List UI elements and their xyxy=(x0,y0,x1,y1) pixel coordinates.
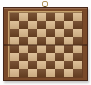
square-a7[interactable] xyxy=(10,21,19,29)
square-a8[interactable] xyxy=(10,13,19,21)
square-h3[interactable] xyxy=(73,53,82,61)
square-g7[interactable] xyxy=(64,21,73,29)
square-g8[interactable] xyxy=(64,13,73,21)
square-b8[interactable] xyxy=(19,13,28,21)
square-h6[interactable] xyxy=(73,29,82,37)
square-d3[interactable] xyxy=(37,53,46,61)
square-f7[interactable] xyxy=(55,21,64,29)
square-e8[interactable] xyxy=(46,13,55,21)
square-d4[interactable] xyxy=(37,45,46,53)
square-c6[interactable] xyxy=(28,29,37,37)
square-e4[interactable] xyxy=(46,45,55,53)
square-f4[interactable] xyxy=(55,45,64,53)
square-e1[interactable] xyxy=(46,69,55,77)
square-b4[interactable] xyxy=(19,45,28,53)
square-f6[interactable] xyxy=(55,29,64,37)
square-f3[interactable] xyxy=(55,53,64,61)
square-b3[interactable] xyxy=(19,53,28,61)
square-a6[interactable] xyxy=(10,29,19,37)
fold-seam xyxy=(4,44,87,46)
chess-board-frame xyxy=(3,7,88,81)
square-a2[interactable] xyxy=(10,61,19,69)
square-d7[interactable] xyxy=(37,21,46,29)
square-h2[interactable] xyxy=(73,61,82,69)
square-c3[interactable] xyxy=(28,53,37,61)
square-b7[interactable] xyxy=(19,21,28,29)
square-h1[interactable] xyxy=(73,69,82,77)
square-c1[interactable] xyxy=(28,69,37,77)
square-e7[interactable] xyxy=(46,21,55,29)
square-g3[interactable] xyxy=(64,53,73,61)
square-d1[interactable] xyxy=(37,69,46,77)
square-f1[interactable] xyxy=(55,69,64,77)
square-h7[interactable] xyxy=(73,21,82,29)
square-a1[interactable] xyxy=(10,69,19,77)
square-e2[interactable] xyxy=(46,61,55,69)
square-e6[interactable] xyxy=(46,29,55,37)
square-d6[interactable] xyxy=(37,29,46,37)
square-b1[interactable] xyxy=(19,69,28,77)
square-f8[interactable] xyxy=(55,13,64,21)
square-h8[interactable] xyxy=(73,13,82,21)
square-b6[interactable] xyxy=(19,29,28,37)
square-b2[interactable] xyxy=(19,61,28,69)
square-d8[interactable] xyxy=(37,13,46,21)
square-d2[interactable] xyxy=(37,61,46,69)
square-e3[interactable] xyxy=(46,53,55,61)
square-g1[interactable] xyxy=(64,69,73,77)
square-a3[interactable] xyxy=(10,53,19,61)
square-c7[interactable] xyxy=(28,21,37,29)
square-g6[interactable] xyxy=(64,29,73,37)
square-g2[interactable] xyxy=(64,61,73,69)
square-a4[interactable] xyxy=(10,45,19,53)
square-f2[interactable] xyxy=(55,61,64,69)
square-g4[interactable] xyxy=(64,45,73,53)
square-c8[interactable] xyxy=(28,13,37,21)
square-h4[interactable] xyxy=(73,45,82,53)
square-c2[interactable] xyxy=(28,61,37,69)
square-c4[interactable] xyxy=(28,45,37,53)
photo-background xyxy=(0,0,91,85)
